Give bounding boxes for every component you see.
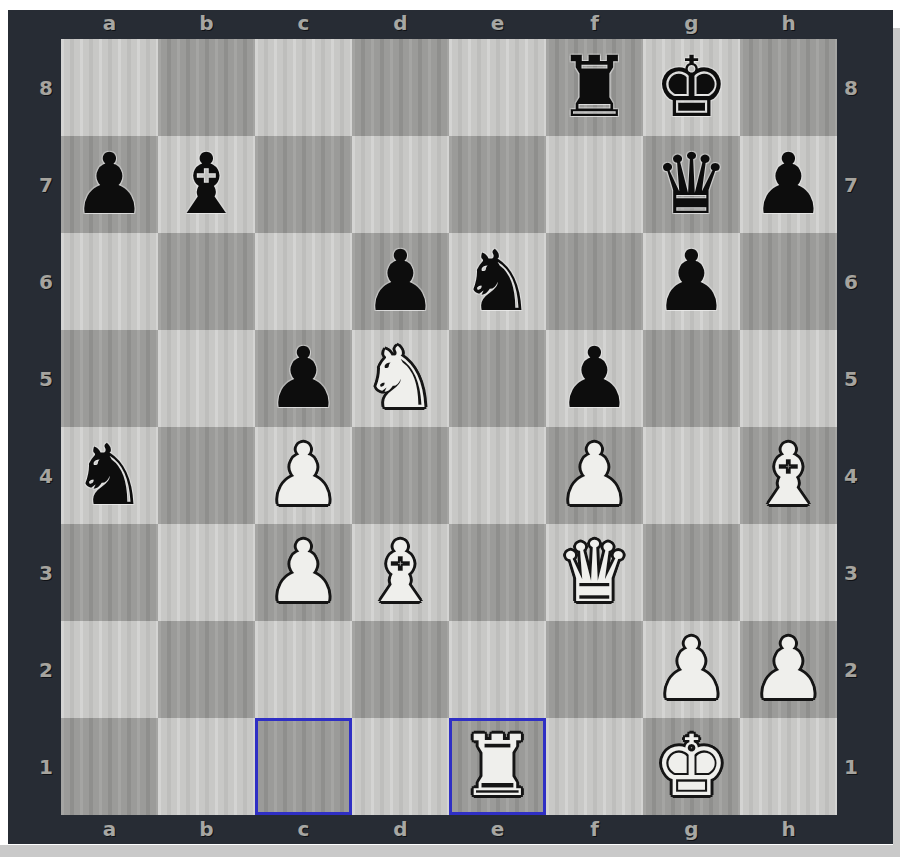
page: abcdefgh 87654321 87654321 abcdefgh ♜♚♟♝… <box>0 0 900 857</box>
square-c2[interactable] <box>255 621 352 718</box>
white-rook-on-e1[interactable]: ♜ <box>449 718 546 815</box>
square-g8[interactable]: ♚ <box>643 39 740 136</box>
square-h7[interactable]: ♟ <box>740 136 837 233</box>
file-label-b: b <box>158 10 255 36</box>
black-pawn-on-c5[interactable]: ♟ <box>255 330 352 427</box>
white-pawn-on-g2[interactable]: ♟ <box>643 621 740 718</box>
square-f2[interactable] <box>546 621 643 718</box>
chess-board: ♜♚♟♝♛♟♟♞♟♟♞♟♞♟♟♝♟♝♛♟♟♜♚ <box>61 39 837 815</box>
square-c8[interactable] <box>255 39 352 136</box>
square-g7[interactable]: ♛ <box>643 136 740 233</box>
square-b4[interactable] <box>158 427 255 524</box>
square-d2[interactable] <box>352 621 449 718</box>
square-g5[interactable] <box>643 330 740 427</box>
black-pawn-on-a7[interactable]: ♟ <box>61 136 158 233</box>
file-label-a: a <box>61 816 158 842</box>
white-pawn-on-c4[interactable]: ♟ <box>255 427 352 524</box>
square-d5[interactable]: ♞ <box>352 330 449 427</box>
square-a2[interactable] <box>61 621 158 718</box>
black-queen-on-g7[interactable]: ♛ <box>643 136 740 233</box>
square-h4[interactable]: ♝ <box>740 427 837 524</box>
square-d6[interactable]: ♟ <box>352 233 449 330</box>
file-label-d: d <box>352 10 449 36</box>
square-h6[interactable] <box>740 233 837 330</box>
square-c4[interactable]: ♟ <box>255 427 352 524</box>
white-bishop-on-d3[interactable]: ♝ <box>352 524 449 621</box>
black-pawn-on-g6[interactable]: ♟ <box>643 233 740 330</box>
square-f6[interactable] <box>546 233 643 330</box>
file-label-e: e <box>449 816 546 842</box>
square-a6[interactable] <box>61 233 158 330</box>
file-label-g: g <box>643 816 740 842</box>
square-h2[interactable]: ♟ <box>740 621 837 718</box>
square-e1[interactable]: ♜ <box>449 718 546 815</box>
file-label-h: h <box>740 10 837 36</box>
square-a5[interactable] <box>61 330 158 427</box>
square-c3[interactable]: ♟ <box>255 524 352 621</box>
square-g4[interactable] <box>643 427 740 524</box>
square-f3[interactable]: ♛ <box>546 524 643 621</box>
square-c5[interactable]: ♟ <box>255 330 352 427</box>
square-g6[interactable]: ♟ <box>643 233 740 330</box>
square-e6[interactable]: ♞ <box>449 233 546 330</box>
black-rook-on-f8[interactable]: ♜ <box>546 39 643 136</box>
black-knight-on-e6[interactable]: ♞ <box>449 233 546 330</box>
square-a4[interactable]: ♞ <box>61 427 158 524</box>
square-h3[interactable] <box>740 524 837 621</box>
square-d3[interactable]: ♝ <box>352 524 449 621</box>
square-f7[interactable] <box>546 136 643 233</box>
square-d4[interactable] <box>352 427 449 524</box>
square-d1[interactable] <box>352 718 449 815</box>
file-label-c: c <box>255 816 352 842</box>
file-label-e: e <box>449 10 546 36</box>
square-f5[interactable]: ♟ <box>546 330 643 427</box>
square-b3[interactable] <box>158 524 255 621</box>
file-label-d: d <box>352 816 449 842</box>
square-g3[interactable] <box>643 524 740 621</box>
black-pawn-on-h7[interactable]: ♟ <box>740 136 837 233</box>
white-king-on-g1[interactable]: ♚ <box>643 718 740 815</box>
square-b6[interactable] <box>158 233 255 330</box>
black-knight-on-a4[interactable]: ♞ <box>61 427 158 524</box>
square-h5[interactable] <box>740 330 837 427</box>
square-d8[interactable] <box>352 39 449 136</box>
file-label-g: g <box>643 10 740 36</box>
square-f1[interactable] <box>546 718 643 815</box>
black-bishop-on-b7[interactable]: ♝ <box>158 136 255 233</box>
square-b2[interactable] <box>158 621 255 718</box>
square-a1[interactable] <box>61 718 158 815</box>
white-queen-on-f3[interactable]: ♛ <box>546 524 643 621</box>
square-f8[interactable]: ♜ <box>546 39 643 136</box>
black-pawn-on-d6[interactable]: ♟ <box>352 233 449 330</box>
bottom-edge-strip <box>0 845 900 857</box>
square-d7[interactable] <box>352 136 449 233</box>
file-label-f: f <box>546 10 643 36</box>
square-e5[interactable] <box>449 330 546 427</box>
black-pawn-on-f5[interactable]: ♟ <box>546 330 643 427</box>
square-e7[interactable] <box>449 136 546 233</box>
square-a8[interactable] <box>61 39 158 136</box>
file-labels-top: abcdefgh <box>61 10 837 36</box>
square-a3[interactable] <box>61 524 158 621</box>
square-b8[interactable] <box>158 39 255 136</box>
file-label-c: c <box>255 10 352 36</box>
square-e8[interactable] <box>449 39 546 136</box>
square-h1[interactable] <box>740 718 837 815</box>
white-pawn-on-f4[interactable]: ♟ <box>546 427 643 524</box>
right-edge-strip <box>893 28 900 857</box>
black-king-on-g8[interactable]: ♚ <box>643 39 740 136</box>
white-bishop-on-h4[interactable]: ♝ <box>740 427 837 524</box>
square-b5[interactable] <box>158 330 255 427</box>
square-h8[interactable] <box>740 39 837 136</box>
square-g1[interactable]: ♚ <box>643 718 740 815</box>
file-labels-bottom: abcdefgh <box>61 816 837 842</box>
square-a7[interactable]: ♟ <box>61 136 158 233</box>
square-c6[interactable] <box>255 233 352 330</box>
file-label-f: f <box>546 816 643 842</box>
square-e4[interactable] <box>449 427 546 524</box>
file-label-h: h <box>740 816 837 842</box>
white-pawn-on-h2[interactable]: ♟ <box>740 621 837 718</box>
file-label-b: b <box>158 816 255 842</box>
square-b7[interactable]: ♝ <box>158 136 255 233</box>
square-e2[interactable] <box>449 621 546 718</box>
file-label-a: a <box>61 10 158 36</box>
square-b1[interactable] <box>158 718 255 815</box>
square-c1[interactable] <box>255 718 352 815</box>
square-c7[interactable] <box>255 136 352 233</box>
white-pawn-on-c3[interactable]: ♟ <box>255 524 352 621</box>
square-f4[interactable]: ♟ <box>546 427 643 524</box>
white-knight-on-d5[interactable]: ♞ <box>352 330 449 427</box>
square-e3[interactable] <box>449 524 546 621</box>
square-g2[interactable]: ♟ <box>643 621 740 718</box>
